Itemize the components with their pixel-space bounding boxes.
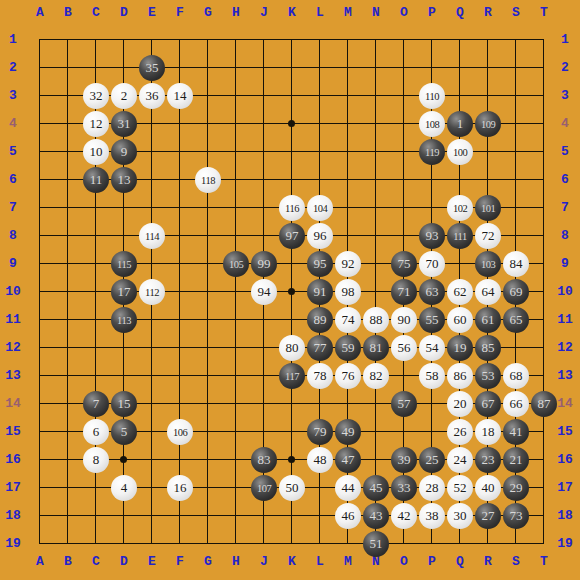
intersection-E9[interactable] xyxy=(138,250,166,278)
intersection-O18[interactable]: 42 xyxy=(390,502,418,530)
intersection-T4[interactable] xyxy=(530,110,558,138)
intersection-L4[interactable] xyxy=(306,110,334,138)
intersection-J9[interactable]: 99 xyxy=(250,250,278,278)
intersection-B12[interactable] xyxy=(54,334,82,362)
intersection-B7[interactable] xyxy=(54,194,82,222)
intersection-A10[interactable] xyxy=(26,278,54,306)
intersection-Q16[interactable]: 24 xyxy=(446,446,474,474)
intersection-H14[interactable] xyxy=(222,390,250,418)
intersection-L10[interactable]: 91 xyxy=(306,278,334,306)
intersection-B5[interactable] xyxy=(54,138,82,166)
intersection-K3[interactable] xyxy=(278,82,306,110)
intersection-S6[interactable] xyxy=(502,166,530,194)
intersection-D10[interactable]: 17 xyxy=(110,278,138,306)
intersection-A12[interactable] xyxy=(26,334,54,362)
intersection-O7[interactable] xyxy=(390,194,418,222)
intersection-Q9[interactable] xyxy=(446,250,474,278)
intersection-L2[interactable] xyxy=(306,54,334,82)
intersection-T3[interactable] xyxy=(530,82,558,110)
intersection-O2[interactable] xyxy=(390,54,418,82)
intersection-L15[interactable]: 79 xyxy=(306,418,334,446)
intersection-R18[interactable]: 27 xyxy=(474,502,502,530)
intersection-H15[interactable] xyxy=(222,418,250,446)
intersection-Q6[interactable] xyxy=(446,166,474,194)
intersection-S3[interactable] xyxy=(502,82,530,110)
intersection-G2[interactable] xyxy=(194,54,222,82)
intersection-F3[interactable]: 14 xyxy=(166,82,194,110)
intersection-Q17[interactable]: 52 xyxy=(446,474,474,502)
intersection-N13[interactable]: 82 xyxy=(362,362,390,390)
intersection-A9[interactable] xyxy=(26,250,54,278)
intersection-D18[interactable] xyxy=(110,502,138,530)
intersection-D19[interactable] xyxy=(110,530,138,558)
intersection-M8[interactable] xyxy=(334,222,362,250)
intersection-G16[interactable] xyxy=(194,446,222,474)
intersection-C17[interactable] xyxy=(82,474,110,502)
intersection-M9[interactable]: 92 xyxy=(334,250,362,278)
intersection-F13[interactable] xyxy=(166,362,194,390)
intersection-P11[interactable]: 55 xyxy=(418,306,446,334)
intersection-H1[interactable] xyxy=(222,26,250,54)
intersection-T8[interactable] xyxy=(530,222,558,250)
intersection-O14[interactable]: 57 xyxy=(390,390,418,418)
intersection-E1[interactable] xyxy=(138,26,166,54)
intersection-E7[interactable] xyxy=(138,194,166,222)
intersection-D5[interactable]: 9 xyxy=(110,138,138,166)
intersection-D15[interactable]: 5 xyxy=(110,418,138,446)
intersection-A3[interactable] xyxy=(26,82,54,110)
intersection-E4[interactable] xyxy=(138,110,166,138)
intersection-G12[interactable] xyxy=(194,334,222,362)
intersection-K2[interactable] xyxy=(278,54,306,82)
intersection-E19[interactable] xyxy=(138,530,166,558)
intersection-R11[interactable]: 61 xyxy=(474,306,502,334)
intersection-C12[interactable] xyxy=(82,334,110,362)
intersection-M12[interactable]: 59 xyxy=(334,334,362,362)
intersection-F19[interactable] xyxy=(166,530,194,558)
intersection-G14[interactable] xyxy=(194,390,222,418)
intersection-H17[interactable] xyxy=(222,474,250,502)
intersection-K11[interactable] xyxy=(278,306,306,334)
intersection-K16[interactable] xyxy=(278,446,306,474)
intersection-G18[interactable] xyxy=(194,502,222,530)
intersection-F1[interactable] xyxy=(166,26,194,54)
intersection-N16[interactable] xyxy=(362,446,390,474)
intersection-E6[interactable] xyxy=(138,166,166,194)
intersection-J12[interactable] xyxy=(250,334,278,362)
intersection-D7[interactable] xyxy=(110,194,138,222)
intersection-F18[interactable] xyxy=(166,502,194,530)
intersection-F4[interactable] xyxy=(166,110,194,138)
intersection-L8[interactable]: 96 xyxy=(306,222,334,250)
intersection-D3[interactable]: 2 xyxy=(110,82,138,110)
intersection-S16[interactable]: 21 xyxy=(502,446,530,474)
intersection-M1[interactable] xyxy=(334,26,362,54)
intersection-N9[interactable] xyxy=(362,250,390,278)
intersection-A2[interactable] xyxy=(26,54,54,82)
intersection-C14[interactable]: 7 xyxy=(82,390,110,418)
intersection-Q5[interactable]: 100 xyxy=(446,138,474,166)
intersection-G15[interactable] xyxy=(194,418,222,446)
intersection-E5[interactable] xyxy=(138,138,166,166)
intersection-Q19[interactable] xyxy=(446,530,474,558)
intersection-N5[interactable] xyxy=(362,138,390,166)
intersection-J10[interactable]: 94 xyxy=(250,278,278,306)
intersection-G5[interactable] xyxy=(194,138,222,166)
intersection-O9[interactable]: 75 xyxy=(390,250,418,278)
intersection-C7[interactable] xyxy=(82,194,110,222)
intersection-R13[interactable]: 53 xyxy=(474,362,502,390)
intersection-G10[interactable] xyxy=(194,278,222,306)
intersection-H16[interactable] xyxy=(222,446,250,474)
intersection-M4[interactable] xyxy=(334,110,362,138)
intersection-P6[interactable] xyxy=(418,166,446,194)
intersection-S13[interactable]: 68 xyxy=(502,362,530,390)
intersection-G7[interactable] xyxy=(194,194,222,222)
intersection-J19[interactable] xyxy=(250,530,278,558)
intersection-J6[interactable] xyxy=(250,166,278,194)
intersection-P3[interactable]: 110 xyxy=(418,82,446,110)
intersection-F16[interactable] xyxy=(166,446,194,474)
intersection-J13[interactable] xyxy=(250,362,278,390)
intersection-R12[interactable]: 85 xyxy=(474,334,502,362)
intersection-F9[interactable] xyxy=(166,250,194,278)
intersection-L19[interactable] xyxy=(306,530,334,558)
intersection-R16[interactable]: 23 xyxy=(474,446,502,474)
intersection-F17[interactable]: 16 xyxy=(166,474,194,502)
intersection-C8[interactable] xyxy=(82,222,110,250)
intersection-P19[interactable] xyxy=(418,530,446,558)
intersection-L3[interactable] xyxy=(306,82,334,110)
intersection-O17[interactable]: 33 xyxy=(390,474,418,502)
intersection-D11[interactable]: 113 xyxy=(110,306,138,334)
intersection-B10[interactable] xyxy=(54,278,82,306)
intersection-Q13[interactable]: 86 xyxy=(446,362,474,390)
intersection-O1[interactable] xyxy=(390,26,418,54)
intersection-H19[interactable] xyxy=(222,530,250,558)
intersection-H3[interactable] xyxy=(222,82,250,110)
intersection-T9[interactable] xyxy=(530,250,558,278)
intersection-T18[interactable] xyxy=(530,502,558,530)
intersection-D17[interactable]: 4 xyxy=(110,474,138,502)
intersection-T11[interactable] xyxy=(530,306,558,334)
intersection-T14[interactable]: 87 xyxy=(530,390,558,418)
intersection-C1[interactable] xyxy=(82,26,110,54)
intersection-H11[interactable] xyxy=(222,306,250,334)
intersection-M2[interactable] xyxy=(334,54,362,82)
intersection-J11[interactable] xyxy=(250,306,278,334)
intersection-E10[interactable]: 112 xyxy=(138,278,166,306)
intersection-P5[interactable]: 119 xyxy=(418,138,446,166)
intersection-Q18[interactable]: 30 xyxy=(446,502,474,530)
intersection-L9[interactable]: 95 xyxy=(306,250,334,278)
intersection-S2[interactable] xyxy=(502,54,530,82)
intersection-K7[interactable]: 116 xyxy=(278,194,306,222)
intersection-O4[interactable] xyxy=(390,110,418,138)
intersection-P8[interactable]: 93 xyxy=(418,222,446,250)
intersection-N2[interactable] xyxy=(362,54,390,82)
intersection-M14[interactable] xyxy=(334,390,362,418)
intersection-L1[interactable] xyxy=(306,26,334,54)
intersection-O13[interactable] xyxy=(390,362,418,390)
intersection-P13[interactable]: 58 xyxy=(418,362,446,390)
intersection-M18[interactable]: 46 xyxy=(334,502,362,530)
intersection-B1[interactable] xyxy=(54,26,82,54)
intersection-R14[interactable]: 67 xyxy=(474,390,502,418)
intersection-B16[interactable] xyxy=(54,446,82,474)
intersection-R4[interactable]: 109 xyxy=(474,110,502,138)
intersection-M10[interactable]: 98 xyxy=(334,278,362,306)
intersection-G4[interactable] xyxy=(194,110,222,138)
intersection-C19[interactable] xyxy=(82,530,110,558)
intersection-S12[interactable] xyxy=(502,334,530,362)
intersection-H5[interactable] xyxy=(222,138,250,166)
intersection-G13[interactable] xyxy=(194,362,222,390)
intersection-T19[interactable] xyxy=(530,530,558,558)
intersection-C16[interactable]: 8 xyxy=(82,446,110,474)
intersection-L6[interactable] xyxy=(306,166,334,194)
intersection-N15[interactable] xyxy=(362,418,390,446)
intersection-O3[interactable] xyxy=(390,82,418,110)
intersection-S17[interactable]: 29 xyxy=(502,474,530,502)
intersection-B18[interactable] xyxy=(54,502,82,530)
intersection-P17[interactable]: 28 xyxy=(418,474,446,502)
intersection-J7[interactable] xyxy=(250,194,278,222)
intersection-K19[interactable] xyxy=(278,530,306,558)
intersection-T16[interactable] xyxy=(530,446,558,474)
intersection-H7[interactable] xyxy=(222,194,250,222)
intersection-A17[interactable] xyxy=(26,474,54,502)
intersection-M11[interactable]: 74 xyxy=(334,306,362,334)
intersection-A11[interactable] xyxy=(26,306,54,334)
intersection-K12[interactable]: 80 xyxy=(278,334,306,362)
intersection-C9[interactable] xyxy=(82,250,110,278)
intersection-A4[interactable] xyxy=(26,110,54,138)
intersection-N17[interactable]: 45 xyxy=(362,474,390,502)
intersection-S19[interactable] xyxy=(502,530,530,558)
intersection-L18[interactable] xyxy=(306,502,334,530)
intersection-G19[interactable] xyxy=(194,530,222,558)
intersection-L5[interactable] xyxy=(306,138,334,166)
intersection-G3[interactable] xyxy=(194,82,222,110)
intersection-N14[interactable] xyxy=(362,390,390,418)
intersection-C15[interactable]: 6 xyxy=(82,418,110,446)
intersection-K15[interactable] xyxy=(278,418,306,446)
intersection-D9[interactable]: 115 xyxy=(110,250,138,278)
intersection-S1[interactable] xyxy=(502,26,530,54)
intersection-E16[interactable] xyxy=(138,446,166,474)
intersection-S18[interactable]: 73 xyxy=(502,502,530,530)
intersection-H6[interactable] xyxy=(222,166,250,194)
intersection-S15[interactable]: 41 xyxy=(502,418,530,446)
intersection-S9[interactable]: 84 xyxy=(502,250,530,278)
intersection-A7[interactable] xyxy=(26,194,54,222)
intersection-P4[interactable]: 108 xyxy=(418,110,446,138)
intersection-E11[interactable] xyxy=(138,306,166,334)
intersection-T7[interactable] xyxy=(530,194,558,222)
intersection-A16[interactable] xyxy=(26,446,54,474)
intersection-N6[interactable] xyxy=(362,166,390,194)
intersection-K9[interactable] xyxy=(278,250,306,278)
intersection-B4[interactable] xyxy=(54,110,82,138)
intersection-F2[interactable] xyxy=(166,54,194,82)
intersection-R8[interactable]: 72 xyxy=(474,222,502,250)
intersection-P18[interactable]: 38 xyxy=(418,502,446,530)
intersection-B2[interactable] xyxy=(54,54,82,82)
intersection-J8[interactable] xyxy=(250,222,278,250)
intersection-B8[interactable] xyxy=(54,222,82,250)
intersection-T6[interactable] xyxy=(530,166,558,194)
intersection-B14[interactable] xyxy=(54,390,82,418)
intersection-N7[interactable] xyxy=(362,194,390,222)
intersection-S8[interactable] xyxy=(502,222,530,250)
intersection-Q2[interactable] xyxy=(446,54,474,82)
intersection-M16[interactable]: 47 xyxy=(334,446,362,474)
intersection-F6[interactable] xyxy=(166,166,194,194)
intersection-E18[interactable] xyxy=(138,502,166,530)
intersection-Q1[interactable] xyxy=(446,26,474,54)
intersection-M3[interactable] xyxy=(334,82,362,110)
intersection-M19[interactable] xyxy=(334,530,362,558)
intersection-R17[interactable]: 40 xyxy=(474,474,502,502)
intersection-O11[interactable]: 90 xyxy=(390,306,418,334)
intersection-H4[interactable] xyxy=(222,110,250,138)
intersection-G1[interactable] xyxy=(194,26,222,54)
intersection-C13[interactable] xyxy=(82,362,110,390)
intersection-D6[interactable]: 13 xyxy=(110,166,138,194)
intersection-D2[interactable] xyxy=(110,54,138,82)
intersection-J18[interactable] xyxy=(250,502,278,530)
intersection-F5[interactable] xyxy=(166,138,194,166)
intersection-R1[interactable] xyxy=(474,26,502,54)
intersection-R3[interactable] xyxy=(474,82,502,110)
intersection-A14[interactable] xyxy=(26,390,54,418)
intersection-P9[interactable]: 70 xyxy=(418,250,446,278)
intersection-C2[interactable] xyxy=(82,54,110,82)
intersection-E15[interactable] xyxy=(138,418,166,446)
intersection-C4[interactable]: 12 xyxy=(82,110,110,138)
intersection-P12[interactable]: 54 xyxy=(418,334,446,362)
intersection-Q14[interactable]: 20 xyxy=(446,390,474,418)
intersection-J17[interactable]: 107 xyxy=(250,474,278,502)
intersection-J4[interactable] xyxy=(250,110,278,138)
intersection-L11[interactable]: 89 xyxy=(306,306,334,334)
intersection-S5[interactable] xyxy=(502,138,530,166)
intersection-T15[interactable] xyxy=(530,418,558,446)
intersection-S7[interactable] xyxy=(502,194,530,222)
intersection-C18[interactable] xyxy=(82,502,110,530)
intersection-J15[interactable] xyxy=(250,418,278,446)
intersection-C10[interactable] xyxy=(82,278,110,306)
intersection-G9[interactable] xyxy=(194,250,222,278)
intersection-P7[interactable] xyxy=(418,194,446,222)
intersection-T5[interactable] xyxy=(530,138,558,166)
intersection-B15[interactable] xyxy=(54,418,82,446)
intersection-O19[interactable] xyxy=(390,530,418,558)
intersection-H18[interactable] xyxy=(222,502,250,530)
intersection-H10[interactable] xyxy=(222,278,250,306)
intersection-P2[interactable] xyxy=(418,54,446,82)
intersection-T12[interactable] xyxy=(530,334,558,362)
intersection-F7[interactable] xyxy=(166,194,194,222)
intersection-R6[interactable] xyxy=(474,166,502,194)
intersection-T2[interactable] xyxy=(530,54,558,82)
intersection-O6[interactable] xyxy=(390,166,418,194)
intersection-N10[interactable] xyxy=(362,278,390,306)
intersection-J14[interactable] xyxy=(250,390,278,418)
intersection-D1[interactable] xyxy=(110,26,138,54)
intersection-K10[interactable] xyxy=(278,278,306,306)
intersection-T17[interactable] xyxy=(530,474,558,502)
intersection-P10[interactable]: 63 xyxy=(418,278,446,306)
intersection-N18[interactable]: 43 xyxy=(362,502,390,530)
intersection-L7[interactable]: 104 xyxy=(306,194,334,222)
intersection-E17[interactable] xyxy=(138,474,166,502)
intersection-K8[interactable]: 97 xyxy=(278,222,306,250)
intersection-A18[interactable] xyxy=(26,502,54,530)
intersection-P14[interactable] xyxy=(418,390,446,418)
intersection-M17[interactable]: 44 xyxy=(334,474,362,502)
intersection-N8[interactable] xyxy=(362,222,390,250)
intersection-G11[interactable] xyxy=(194,306,222,334)
intersection-K13[interactable]: 117 xyxy=(278,362,306,390)
intersection-K14[interactable] xyxy=(278,390,306,418)
intersection-H9[interactable]: 105 xyxy=(222,250,250,278)
intersection-P16[interactable]: 25 xyxy=(418,446,446,474)
intersection-T13[interactable] xyxy=(530,362,558,390)
intersection-B11[interactable] xyxy=(54,306,82,334)
intersection-B19[interactable] xyxy=(54,530,82,558)
intersection-D8[interactable] xyxy=(110,222,138,250)
intersection-P1[interactable] xyxy=(418,26,446,54)
intersection-Q7[interactable]: 102 xyxy=(446,194,474,222)
intersection-Q10[interactable]: 62 xyxy=(446,278,474,306)
intersection-D4[interactable]: 31 xyxy=(110,110,138,138)
intersection-L12[interactable]: 77 xyxy=(306,334,334,362)
intersection-B3[interactable] xyxy=(54,82,82,110)
intersection-F11[interactable] xyxy=(166,306,194,334)
intersection-B6[interactable] xyxy=(54,166,82,194)
intersection-C6[interactable]: 11 xyxy=(82,166,110,194)
intersection-M15[interactable]: 49 xyxy=(334,418,362,446)
intersection-M5[interactable] xyxy=(334,138,362,166)
intersection-S11[interactable]: 65 xyxy=(502,306,530,334)
intersection-E13[interactable] xyxy=(138,362,166,390)
intersection-H8[interactable] xyxy=(222,222,250,250)
intersection-K4[interactable] xyxy=(278,110,306,138)
intersection-Q15[interactable]: 26 xyxy=(446,418,474,446)
intersection-R7[interactable]: 101 xyxy=(474,194,502,222)
intersection-N19[interactable]: 51 xyxy=(362,530,390,558)
intersection-L16[interactable]: 48 xyxy=(306,446,334,474)
intersection-B13[interactable] xyxy=(54,362,82,390)
intersection-A5[interactable] xyxy=(26,138,54,166)
intersection-H2[interactable] xyxy=(222,54,250,82)
intersection-O10[interactable]: 71 xyxy=(390,278,418,306)
intersection-K18[interactable] xyxy=(278,502,306,530)
intersection-O16[interactable]: 39 xyxy=(390,446,418,474)
intersection-K5[interactable] xyxy=(278,138,306,166)
intersection-N12[interactable]: 81 xyxy=(362,334,390,362)
intersection-H12[interactable] xyxy=(222,334,250,362)
intersection-G8[interactable] xyxy=(194,222,222,250)
intersection-C3[interactable]: 32 xyxy=(82,82,110,110)
intersection-T1[interactable] xyxy=(530,26,558,54)
intersection-P15[interactable] xyxy=(418,418,446,446)
intersection-R5[interactable] xyxy=(474,138,502,166)
intersection-K1[interactable] xyxy=(278,26,306,54)
intersection-E2[interactable]: 35 xyxy=(138,54,166,82)
